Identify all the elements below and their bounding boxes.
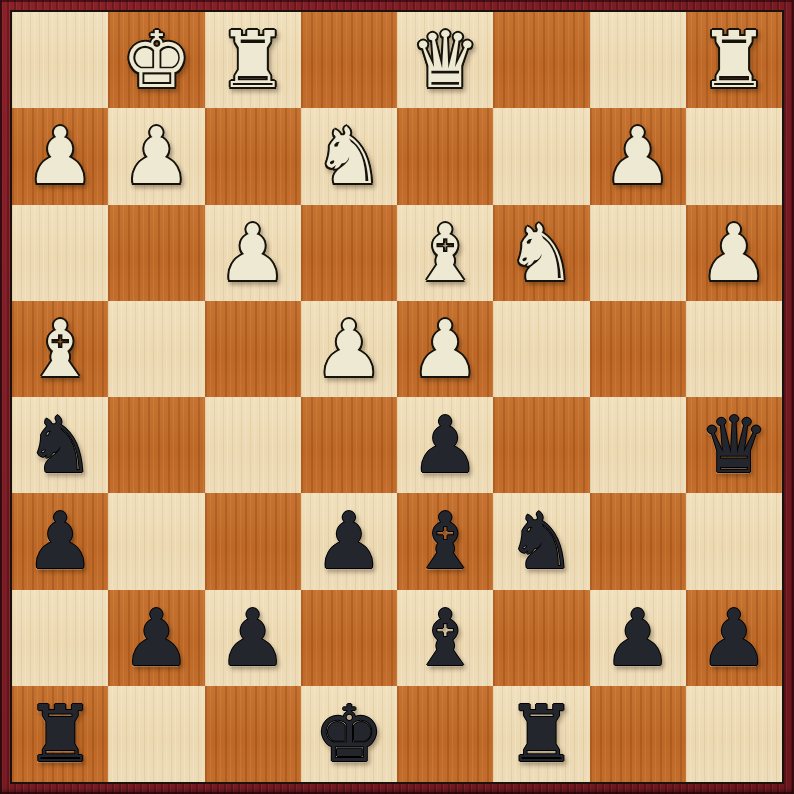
square-g4[interactable] (108, 301, 204, 397)
square-g7[interactable]: ♟ (108, 590, 204, 686)
square-e7[interactable] (301, 590, 397, 686)
square-b7[interactable]: ♟ (590, 590, 686, 686)
square-b3[interactable] (590, 205, 686, 301)
square-a8[interactable] (686, 686, 782, 782)
piece-bQ-a5: ♛ (699, 397, 769, 493)
square-g3[interactable] (108, 205, 204, 301)
square-f8[interactable] (205, 686, 301, 782)
square-d1[interactable]: ♛ (397, 12, 493, 108)
square-a6[interactable] (686, 493, 782, 589)
square-c7[interactable] (493, 590, 589, 686)
square-g1[interactable]: ♚ (108, 12, 204, 108)
square-d4[interactable]: ♟ (397, 301, 493, 397)
square-h5[interactable]: ♞ (12, 397, 108, 493)
square-g5[interactable] (108, 397, 204, 493)
square-c3[interactable]: ♞ (493, 205, 589, 301)
piece-bP-b7: ♟ (603, 590, 673, 686)
square-e1[interactable] (301, 12, 397, 108)
square-d5[interactable]: ♟ (397, 397, 493, 493)
square-b1[interactable] (590, 12, 686, 108)
square-d7[interactable]: ♝ (397, 590, 493, 686)
square-a7[interactable]: ♟ (686, 590, 782, 686)
square-b5[interactable] (590, 397, 686, 493)
piece-bR-c8: ♜ (506, 686, 576, 782)
piece-bP-e6: ♟ (314, 493, 384, 589)
piece-bR-h8: ♜ (25, 686, 95, 782)
square-f1[interactable]: ♜ (205, 12, 301, 108)
square-c1[interactable] (493, 12, 589, 108)
piece-wP-h2: ♟ (25, 108, 95, 204)
square-e6[interactable]: ♟ (301, 493, 397, 589)
square-d3[interactable]: ♝ (397, 205, 493, 301)
piece-bB-d6: ♝ (410, 493, 480, 589)
square-a2[interactable] (686, 108, 782, 204)
piece-bB-d7: ♝ (410, 590, 480, 686)
square-h3[interactable] (12, 205, 108, 301)
square-f7[interactable]: ♟ (205, 590, 301, 686)
piece-bP-a7: ♟ (699, 590, 769, 686)
square-b8[interactable] (590, 686, 686, 782)
square-h6[interactable]: ♟ (12, 493, 108, 589)
square-a5[interactable]: ♛ (686, 397, 782, 493)
board-frame: ♚♜♛♜♟♟♞♟♟♝♞♟♝♟♟♞♟♛♟♟♝♞♟♟♝♟♟♜♚♜ (0, 0, 794, 794)
square-h1[interactable] (12, 12, 108, 108)
square-c4[interactable] (493, 301, 589, 397)
square-g2[interactable]: ♟ (108, 108, 204, 204)
square-g6[interactable] (108, 493, 204, 589)
square-f6[interactable] (205, 493, 301, 589)
piece-wP-g2: ♟ (121, 108, 191, 204)
square-e3[interactable] (301, 205, 397, 301)
square-a4[interactable] (686, 301, 782, 397)
square-h4[interactable]: ♝ (12, 301, 108, 397)
piece-wP-a3: ♟ (699, 205, 769, 301)
square-a1[interactable]: ♜ (686, 12, 782, 108)
piece-wR-a1: ♜ (699, 12, 769, 108)
square-f2[interactable] (205, 108, 301, 204)
square-g8[interactable] (108, 686, 204, 782)
square-e5[interactable] (301, 397, 397, 493)
square-a3[interactable]: ♟ (686, 205, 782, 301)
piece-bP-d5: ♟ (410, 397, 480, 493)
square-e8[interactable]: ♚ (301, 686, 397, 782)
piece-bK-e8: ♚ (314, 686, 384, 782)
piece-bP-f7: ♟ (218, 590, 288, 686)
piece-wP-e4: ♟ (314, 301, 384, 397)
square-d6[interactable]: ♝ (397, 493, 493, 589)
square-b4[interactable] (590, 301, 686, 397)
piece-bP-g7: ♟ (121, 590, 191, 686)
piece-wP-b2: ♟ (603, 108, 673, 204)
piece-wP-d4: ♟ (410, 301, 480, 397)
square-b6[interactable] (590, 493, 686, 589)
square-e4[interactable]: ♟ (301, 301, 397, 397)
square-f5[interactable] (205, 397, 301, 493)
square-c2[interactable] (493, 108, 589, 204)
piece-wB-h4: ♝ (25, 301, 95, 397)
square-b2[interactable]: ♟ (590, 108, 686, 204)
piece-wK-g1: ♚ (121, 12, 191, 108)
piece-wB-d3: ♝ (410, 205, 480, 301)
square-d8[interactable] (397, 686, 493, 782)
piece-bN-h5: ♞ (25, 397, 95, 493)
piece-wP-f3: ♟ (218, 205, 288, 301)
square-e2[interactable]: ♞ (301, 108, 397, 204)
square-f3[interactable]: ♟ (205, 205, 301, 301)
piece-wQ-d1: ♛ (410, 12, 480, 108)
piece-wN-e2: ♞ (314, 108, 384, 204)
piece-bP-h6: ♟ (25, 493, 95, 589)
square-c5[interactable] (493, 397, 589, 493)
square-c8[interactable]: ♜ (493, 686, 589, 782)
piece-wN-c3: ♞ (506, 205, 576, 301)
square-c6[interactable]: ♞ (493, 493, 589, 589)
square-f4[interactable] (205, 301, 301, 397)
square-h8[interactable]: ♜ (12, 686, 108, 782)
square-h2[interactable]: ♟ (12, 108, 108, 204)
piece-wR-f1: ♜ (218, 12, 288, 108)
piece-bN-c6: ♞ (506, 493, 576, 589)
square-h7[interactable] (12, 590, 108, 686)
square-d2[interactable] (397, 108, 493, 204)
board: ♚♜♛♜♟♟♞♟♟♝♞♟♝♟♟♞♟♛♟♟♝♞♟♟♝♟♟♜♚♜ (10, 10, 784, 784)
